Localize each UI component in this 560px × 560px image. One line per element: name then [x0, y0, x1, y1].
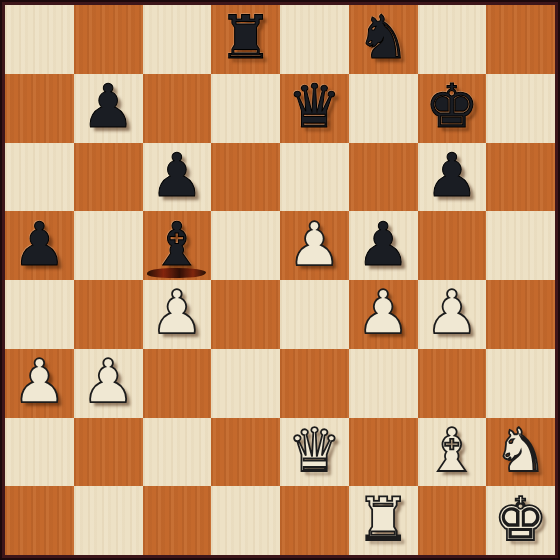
- square-c2[interactable]: [143, 418, 212, 487]
- square-f1[interactable]: ♜: [349, 486, 418, 555]
- square-d7[interactable]: [211, 74, 280, 143]
- square-c4[interactable]: ♟: [143, 280, 212, 349]
- white-bishop-icon: ♝: [425, 420, 479, 480]
- square-h3[interactable]: [486, 349, 555, 418]
- square-d5[interactable]: [211, 211, 280, 280]
- square-e7[interactable]: ♛: [280, 74, 349, 143]
- square-h5[interactable]: [486, 211, 555, 280]
- square-g5[interactable]: [418, 211, 487, 280]
- white-king-icon: ♚: [494, 489, 548, 549]
- black-pawn-icon: ♟: [150, 145, 204, 205]
- square-h2[interactable]: ♞: [486, 418, 555, 487]
- white-pawn-icon: ♟: [356, 282, 410, 342]
- c5-annotation-smudge: [147, 268, 206, 278]
- black-pawn-icon: ♟: [425, 145, 479, 205]
- square-f3[interactable]: [349, 349, 418, 418]
- black-knight-icon: ♞: [356, 7, 410, 67]
- square-f4[interactable]: ♟: [349, 280, 418, 349]
- square-a5[interactable]: ♟: [5, 211, 74, 280]
- black-king-icon: ♚: [425, 76, 479, 136]
- square-c6[interactable]: ♟: [143, 143, 212, 212]
- square-b5[interactable]: [74, 211, 143, 280]
- square-b8[interactable]: [74, 5, 143, 74]
- black-pawn-icon: ♟: [12, 214, 66, 274]
- square-d8[interactable]: ♜: [211, 5, 280, 74]
- square-g6[interactable]: ♟: [418, 143, 487, 212]
- square-h7[interactable]: [486, 74, 555, 143]
- white-rook-icon: ♜: [356, 489, 410, 549]
- square-b7[interactable]: ♟: [74, 74, 143, 143]
- black-bishop-icon: ♝: [150, 214, 204, 274]
- square-c7[interactable]: [143, 74, 212, 143]
- square-e4[interactable]: [280, 280, 349, 349]
- square-h4[interactable]: [486, 280, 555, 349]
- square-g4[interactable]: ♟: [418, 280, 487, 349]
- square-c3[interactable]: [143, 349, 212, 418]
- white-pawn-icon: ♟: [150, 282, 204, 342]
- white-pawn-icon: ♟: [81, 351, 135, 411]
- white-knight-icon: ♞: [494, 420, 548, 480]
- square-a3[interactable]: ♟: [5, 349, 74, 418]
- square-c8[interactable]: [143, 5, 212, 74]
- square-e8[interactable]: [280, 5, 349, 74]
- square-b2[interactable]: [74, 418, 143, 487]
- square-e6[interactable]: [280, 143, 349, 212]
- square-f8[interactable]: ♞: [349, 5, 418, 74]
- square-g1[interactable]: [418, 486, 487, 555]
- square-d6[interactable]: [211, 143, 280, 212]
- square-g3[interactable]: [418, 349, 487, 418]
- square-h6[interactable]: [486, 143, 555, 212]
- square-e5[interactable]: ♟: [280, 211, 349, 280]
- square-a2[interactable]: [5, 418, 74, 487]
- square-f6[interactable]: [349, 143, 418, 212]
- square-c1[interactable]: [143, 486, 212, 555]
- square-g2[interactable]: ♝: [418, 418, 487, 487]
- square-f5[interactable]: ♟: [349, 211, 418, 280]
- square-a8[interactable]: [5, 5, 74, 74]
- chess-board-frame: ♜♞♟♛♚♟♟♟♝♟♟♟♟♟♟♟♛♝♞♜♚: [0, 0, 560, 560]
- square-a6[interactable]: [5, 143, 74, 212]
- square-c5[interactable]: ♝: [143, 211, 212, 280]
- square-d3[interactable]: [211, 349, 280, 418]
- square-b1[interactable]: [74, 486, 143, 555]
- square-g8[interactable]: [418, 5, 487, 74]
- square-e3[interactable]: [280, 349, 349, 418]
- square-d2[interactable]: [211, 418, 280, 487]
- white-pawn-icon: ♟: [287, 214, 341, 274]
- square-a1[interactable]: [5, 486, 74, 555]
- black-pawn-icon: ♟: [81, 76, 135, 136]
- square-f7[interactable]: [349, 74, 418, 143]
- white-pawn-icon: ♟: [425, 282, 479, 342]
- square-h1[interactable]: ♚: [486, 486, 555, 555]
- square-b6[interactable]: [74, 143, 143, 212]
- chess-board: ♜♞♟♛♚♟♟♟♝♟♟♟♟♟♟♟♛♝♞♜♚: [5, 5, 555, 555]
- black-rook-icon: ♜: [219, 7, 273, 67]
- square-h8[interactable]: [486, 5, 555, 74]
- black-pawn-icon: ♟: [356, 214, 410, 274]
- square-g7[interactable]: ♚: [418, 74, 487, 143]
- square-a4[interactable]: [5, 280, 74, 349]
- square-e2[interactable]: ♛: [280, 418, 349, 487]
- white-queen-icon: ♛: [287, 420, 341, 480]
- black-queen-icon: ♛: [287, 76, 341, 136]
- white-pawn-icon: ♟: [12, 351, 66, 411]
- square-b3[interactable]: ♟: [74, 349, 143, 418]
- square-d1[interactable]: [211, 486, 280, 555]
- square-f2[interactable]: [349, 418, 418, 487]
- square-e1[interactable]: [280, 486, 349, 555]
- square-a7[interactable]: [5, 74, 74, 143]
- square-d4[interactable]: [211, 280, 280, 349]
- square-b4[interactable]: [74, 280, 143, 349]
